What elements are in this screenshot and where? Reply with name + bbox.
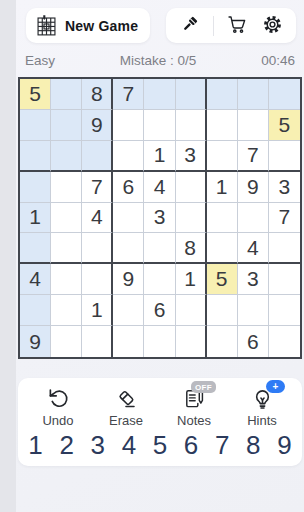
undo-button[interactable]: Undo [29,385,87,428]
cell-r6c4[interactable] [113,233,144,264]
cell-r2c9[interactable]: 5 [269,110,300,141]
undo-icon [45,385,71,411]
cell-r4c8[interactable]: 9 [238,172,269,203]
difficulty-label: Easy [25,53,55,68]
numpad-8[interactable]: 8 [239,430,267,461]
top-right-pill [166,8,296,43]
cell-r4c3[interactable]: 7 [82,172,113,203]
cell-r6c2[interactable] [51,233,82,264]
sudoku-app-screen: New Game [16,0,304,512]
cell-r6c5[interactable] [144,233,175,264]
cell-r7c7[interactable]: 5 [207,264,238,295]
sudoku-board: 58795137764193143784491531696 [18,77,302,359]
cell-r9c1[interactable]: 9 [20,326,51,357]
cell-r4c9[interactable]: 3 [269,172,300,203]
cell-r2c7[interactable] [207,110,238,141]
cell-r6c7[interactable] [207,233,238,264]
cell-r4c5[interactable]: 4 [144,172,175,203]
cell-r5c8[interactable] [238,203,269,234]
cell-r7c2[interactable] [51,264,82,295]
cell-r5c2[interactable] [51,203,82,234]
erase-button[interactable]: Erase [97,385,155,428]
cell-r5c6[interactable] [176,203,207,234]
cell-r2c2[interactable] [51,110,82,141]
cell-r3c4[interactable] [113,141,144,172]
cell-r2c3[interactable]: 9 [82,110,113,141]
numpad-7[interactable]: 7 [208,430,236,461]
cell-r9c6[interactable] [176,326,207,357]
erase-label: Erase [109,413,143,428]
numpad-6[interactable]: 6 [177,430,205,461]
cell-r4c6[interactable] [176,172,207,203]
cell-r6c6[interactable]: 8 [176,233,207,264]
cell-r4c4[interactable]: 6 [113,172,144,203]
erase-icon [113,385,139,411]
cell-r7c4[interactable]: 9 [113,264,144,295]
cell-r7c6[interactable]: 1 [176,264,207,295]
cell-r7c8[interactable]: 3 [238,264,269,295]
cell-r4c7[interactable]: 1 [207,172,238,203]
cell-r8c3[interactable]: 1 [82,295,113,326]
cell-r6c8[interactable]: 4 [238,233,269,264]
cell-r3c1[interactable] [20,141,51,172]
cell-r6c3[interactable] [82,233,113,264]
cell-r9c9[interactable] [269,326,300,357]
cell-r9c8[interactable]: 6 [238,326,269,357]
cell-r4c1[interactable] [20,172,51,203]
cell-r8c7[interactable] [207,295,238,326]
new-game-button[interactable]: New Game [26,8,150,43]
cell-r8c2[interactable] [51,295,82,326]
cell-r1c5[interactable] [144,79,175,110]
cell-r3c5[interactable]: 1 [144,141,175,172]
numpad-9[interactable]: 9 [270,430,298,461]
number-pad: 123456789 [18,428,302,466]
cell-r3c7[interactable] [207,141,238,172]
cell-r2c8[interactable] [238,110,269,141]
undo-label: Undo [42,413,73,428]
cell-r1c6[interactable] [176,79,207,110]
cell-r5c9[interactable]: 7 [269,203,300,234]
timer: 00:46 [261,53,295,68]
cell-r2c6[interactable] [176,110,207,141]
cell-r9c2[interactable] [51,326,82,357]
tool-card: Undo Erase OFF [18,378,302,466]
cell-r5c5[interactable]: 3 [144,203,175,234]
cell-r5c7[interactable] [207,203,238,234]
cell-r9c5[interactable] [144,326,175,357]
cell-r8c8[interactable] [238,295,269,326]
pill-divider [213,16,214,36]
cell-r2c4[interactable] [113,110,144,141]
cell-r5c1[interactable]: 1 [20,203,51,234]
cell-r7c9[interactable] [269,264,300,295]
numpad-5[interactable]: 5 [146,430,174,461]
brush-icon [179,13,201,38]
settings-button[interactable] [260,14,284,38]
hints-button[interactable]: + Hints [233,385,291,428]
cell-r7c3[interactable] [82,264,113,295]
cell-r3c2[interactable] [51,141,82,172]
cell-r5c4[interactable] [113,203,144,234]
cell-r1c8[interactable] [238,79,269,110]
numpad-2[interactable]: 2 [53,430,81,461]
cell-r7c5[interactable] [144,264,175,295]
cell-r7c1[interactable]: 4 [20,264,51,295]
cell-r1c1[interactable]: 5 [20,79,51,110]
hints-plus-badge: + [266,380,285,393]
cell-r2c1[interactable] [20,110,51,141]
cell-r4c2[interactable] [51,172,82,203]
cell-r1c9[interactable] [269,79,300,110]
status-row: Easy Mistake : 0/5 00:46 [16,44,304,77]
cell-r3c6[interactable]: 3 [176,141,207,172]
new-game-label: New Game [65,18,138,34]
cell-r8c9[interactable] [269,295,300,326]
shop-cart-button[interactable] [225,14,249,38]
cell-r6c9[interactable] [269,233,300,264]
gear-icon [261,13,284,39]
cell-r8c5[interactable]: 6 [144,295,175,326]
cell-r5c3[interactable]: 4 [82,203,113,234]
hints-label: Hints [247,413,277,428]
notes-off-badge: OFF [191,381,216,393]
cell-r2c5[interactable] [144,110,175,141]
cell-r6c1[interactable] [20,233,51,264]
mistakes-counter: Mistake : 0/5 [120,53,197,68]
cell-r1c7[interactable] [207,79,238,110]
cell-r3c8[interactable]: 7 [238,141,269,172]
cell-r9c3[interactable] [82,326,113,357]
sudoku-grid-pencil-icon [34,14,58,38]
cell-r1c3[interactable]: 8 [82,79,113,110]
toolbar: Undo Erase OFF [18,378,302,428]
cart-icon [226,13,248,38]
cell-r8c6[interactable] [176,295,207,326]
notes-label: Notes [177,413,211,428]
cell-r9c4[interactable] [113,326,144,357]
top-bar: New Game [16,0,304,44]
cell-r3c9[interactable] [269,141,300,172]
numpad-4[interactable]: 4 [115,430,143,461]
theme-brush-button[interactable] [178,14,202,38]
numpad-3[interactable]: 3 [84,430,112,461]
numpad-1[interactable]: 1 [22,430,50,461]
cell-r1c4[interactable]: 7 [113,79,144,110]
cell-r1c2[interactable] [51,79,82,110]
cell-r8c1[interactable] [20,295,51,326]
cell-r3c3[interactable] [82,141,113,172]
cell-r8c4[interactable] [113,295,144,326]
cell-r9c7[interactable] [207,326,238,357]
notes-button[interactable]: OFF Notes [165,385,223,428]
